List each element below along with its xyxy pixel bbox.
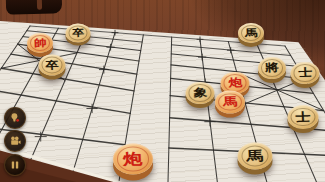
piece-glyph-general: 帥 <box>34 38 47 48</box>
piece-glyph-advisor: 士 <box>298 67 312 78</box>
piece-glyph-advisor: 士 <box>295 111 310 123</box>
board-edge-overlay <box>0 0 325 182</box>
hint-button[interactable] <box>4 107 26 129</box>
pause-button[interactable] <box>4 154 26 176</box>
piece-glyph-general: 將 <box>265 62 279 73</box>
piece-glyph-horse: 馬 <box>246 149 263 163</box>
piece-black-horse-2[interactable]: 馬 <box>238 143 273 170</box>
piece-black-general[interactable]: 將 <box>258 57 286 79</box>
piece-glyph-cannon: 炮 <box>228 77 242 88</box>
movie-camera-icon <box>8 134 22 148</box>
piece-glyph-soldier: 卒 <box>72 28 84 38</box>
piece-black-horse-1[interactable]: 馬 <box>238 23 264 43</box>
game-screen: 卒馬帥卒將士炮象馬士馬炮 <box>0 0 325 182</box>
piece-glyph-elephant: 象 <box>193 87 207 98</box>
piece-red-horse[interactable]: 馬 <box>215 91 245 114</box>
piece-black-soldier-2[interactable]: 卒 <box>39 55 66 76</box>
piece-black-soldier-1[interactable]: 卒 <box>66 24 91 43</box>
piece-glyph-cannon: 炮 <box>123 151 143 167</box>
lightbulb-icon <box>8 111 22 125</box>
hint-badge-dot <box>16 119 19 122</box>
piece-black-elephant[interactable]: 象 <box>186 82 215 104</box>
piece-black-advisor-2[interactable]: 士 <box>288 105 319 129</box>
record-button[interactable] <box>4 130 26 152</box>
piece-red-cannon-2[interactable]: 炮 <box>113 144 153 175</box>
piece-black-advisor-1[interactable]: 士 <box>291 62 320 84</box>
piece-glyph-horse: 馬 <box>223 96 238 108</box>
piece-glyph-horse: 馬 <box>245 28 258 38</box>
pause-icon <box>8 158 22 172</box>
piece-glyph-soldier: 卒 <box>45 60 58 71</box>
piece-red-general[interactable]: 帥 <box>27 33 53 53</box>
